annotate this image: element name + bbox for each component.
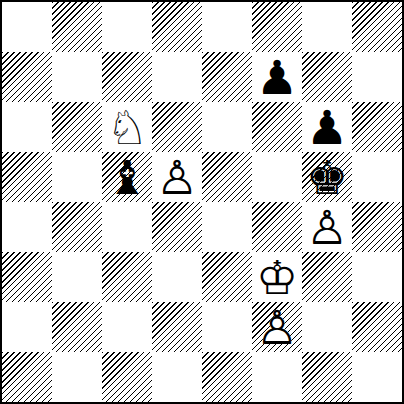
square-g6[interactable]: ♟ (302, 102, 352, 152)
square-h6[interactable] (352, 102, 402, 152)
square-a5[interactable] (2, 152, 52, 202)
square-h4[interactable] (352, 202, 402, 252)
square-a4[interactable] (2, 202, 52, 252)
white-pawn-f2[interactable]: ♟♙ (252, 302, 302, 352)
square-d7[interactable] (152, 52, 202, 102)
square-f2[interactable]: ♟♙ (252, 302, 302, 352)
square-c7[interactable] (102, 52, 152, 102)
white-pawn-icon: ♙ (306, 204, 348, 251)
square-h8[interactable] (352, 2, 402, 52)
white-pawn-d5[interactable]: ♟♙ (152, 152, 202, 202)
square-e7[interactable] (202, 52, 252, 102)
square-h2[interactable] (352, 302, 402, 352)
square-e6[interactable] (202, 102, 252, 152)
square-c2[interactable] (102, 302, 152, 352)
black-bishop-icon: ♝ (106, 154, 148, 201)
square-g3[interactable] (302, 252, 352, 302)
square-d4[interactable] (152, 202, 202, 252)
black-bishop-c5[interactable]: ♝ (102, 152, 152, 202)
square-a8[interactable] (2, 2, 52, 52)
square-d1[interactable] (152, 352, 202, 402)
white-pawn-icon: ♙ (156, 154, 198, 201)
square-a3[interactable] (2, 252, 52, 302)
square-c1[interactable] (102, 352, 152, 402)
square-b5[interactable] (52, 152, 102, 202)
square-c3[interactable] (102, 252, 152, 302)
square-f3[interactable]: ♚♔ (252, 252, 302, 302)
square-b3[interactable] (52, 252, 102, 302)
square-b6[interactable] (52, 102, 102, 152)
black-king-icon: ♚ (306, 154, 348, 201)
square-d3[interactable] (152, 252, 202, 302)
square-g1[interactable] (302, 352, 352, 402)
square-e2[interactable] (202, 302, 252, 352)
square-g5[interactable]: ♚ (302, 152, 352, 202)
black-king-g5[interactable]: ♚ (302, 152, 352, 202)
square-d8[interactable] (152, 2, 202, 52)
chess-board: ♟♞♘♟♝♟♙♚♟♙♚♔♟♙ (2, 2, 402, 402)
black-pawn-g6[interactable]: ♟ (302, 102, 352, 152)
square-e5[interactable] (202, 152, 252, 202)
square-g8[interactable] (302, 2, 352, 52)
square-g4[interactable]: ♟♙ (302, 202, 352, 252)
black-pawn-icon: ♟ (256, 54, 298, 101)
square-e3[interactable] (202, 252, 252, 302)
chess-board-frame: ♟♞♘♟♝♟♙♚♟♙♚♔♟♙ (0, 0, 404, 404)
white-pawn-icon: ♙ (256, 304, 298, 351)
black-pawn-f7[interactable]: ♟ (252, 52, 302, 102)
square-a6[interactable] (2, 102, 52, 152)
square-d6[interactable] (152, 102, 202, 152)
square-a1[interactable] (2, 352, 52, 402)
square-c5[interactable]: ♝ (102, 152, 152, 202)
square-h5[interactable] (352, 152, 402, 202)
square-b4[interactable] (52, 202, 102, 252)
square-f7[interactable]: ♟ (252, 52, 302, 102)
white-knight-c6[interactable]: ♞♘ (102, 102, 152, 152)
white-knight-icon: ♘ (106, 104, 148, 151)
square-h1[interactable] (352, 352, 402, 402)
square-f6[interactable] (252, 102, 302, 152)
square-d2[interactable] (152, 302, 202, 352)
white-pawn-g4[interactable]: ♟♙ (302, 202, 352, 252)
square-c4[interactable] (102, 202, 152, 252)
black-pawn-icon: ♟ (306, 104, 348, 151)
square-h3[interactable] (352, 252, 402, 302)
square-e1[interactable] (202, 352, 252, 402)
square-f5[interactable] (252, 152, 302, 202)
square-b1[interactable] (52, 352, 102, 402)
square-b8[interactable] (52, 2, 102, 52)
square-c6[interactable]: ♞♘ (102, 102, 152, 152)
square-g2[interactable] (302, 302, 352, 352)
square-a7[interactable] (2, 52, 52, 102)
white-king-icon: ♔ (256, 254, 298, 301)
square-e8[interactable] (202, 2, 252, 52)
square-a2[interactable] (2, 302, 52, 352)
square-f4[interactable] (252, 202, 302, 252)
square-b7[interactable] (52, 52, 102, 102)
square-c8[interactable] (102, 2, 152, 52)
square-f8[interactable] (252, 2, 302, 52)
square-e4[interactable] (202, 202, 252, 252)
square-b2[interactable] (52, 302, 102, 352)
square-h7[interactable] (352, 52, 402, 102)
square-g7[interactable] (302, 52, 352, 102)
square-d5[interactable]: ♟♙ (152, 152, 202, 202)
white-king-f3[interactable]: ♚♔ (252, 252, 302, 302)
square-f1[interactable] (252, 352, 302, 402)
